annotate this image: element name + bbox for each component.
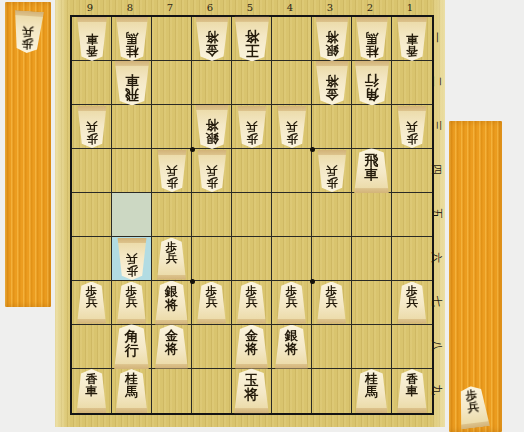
piece-kanji: 馬 (125, 31, 138, 44)
square-6-4[interactable]: 歩兵 (192, 149, 232, 193)
square-9-2[interactable] (72, 61, 112, 105)
piece-kanji: 王 (245, 43, 259, 57)
square-6-8[interactable] (192, 325, 232, 369)
square-3-8[interactable] (312, 325, 352, 369)
piece-kanji: 将 (245, 28, 259, 42)
square-5-4[interactable] (232, 149, 272, 193)
piece-kanji: 金 (245, 329, 258, 342)
square-8-8[interactable]: 角行 (112, 325, 152, 369)
square-8-1[interactable]: 桂馬 (112, 17, 152, 61)
square-3-6[interactable] (312, 237, 352, 281)
piece-sente-gold[interactable]: 金将 (155, 325, 189, 369)
piece-gote-gold[interactable]: 金将 (195, 17, 229, 61)
square-3-2[interactable]: 金将 (312, 61, 352, 105)
square-4-5[interactable] (272, 193, 312, 237)
star-point (310, 147, 315, 152)
square-7-4[interactable]: 歩兵 (152, 149, 192, 193)
square-2-4[interactable]: 飛車 (352, 149, 392, 193)
square-3-3[interactable] (312, 105, 352, 149)
piece-kanji: 兵 (126, 297, 138, 309)
piece-gote-pawn[interactable]: 歩兵 (237, 106, 267, 148)
piece-kanji: 兵 (246, 120, 258, 132)
square-2-2[interactable]: 角行 (352, 61, 392, 105)
square-5-9[interactable]: 玉将 (232, 369, 272, 413)
square-3-4[interactable]: 歩兵 (312, 149, 352, 193)
square-1-7[interactable]: 歩兵 (392, 281, 432, 325)
piece-gote-pawn[interactable]: 歩兵 (12, 10, 45, 54)
piece-kanji: 将 (245, 342, 258, 355)
square-7-1[interactable] (152, 17, 192, 61)
file-label: 7 (150, 0, 190, 14)
piece-kanji: 角 (365, 87, 379, 101)
shogi-board: 987654321 香車桂馬金将王将銀将桂馬香車飛車金将角行歩兵銀将歩兵歩兵歩兵… (55, 0, 445, 427)
rank-label: 一 (429, 29, 444, 47)
square-9-5[interactable] (72, 193, 112, 237)
last-move-from-square[interactable] (112, 193, 152, 237)
file-label: 6 (190, 0, 230, 14)
piece-kanji: 将 (325, 30, 338, 43)
piece-gote-gold[interactable]: 金将 (315, 61, 349, 105)
rank-label: 四 (429, 161, 444, 179)
square-8-3[interactable] (112, 105, 152, 149)
square-9-1[interactable]: 香車 (72, 17, 112, 61)
square-2-8[interactable] (352, 325, 392, 369)
file-label: 1 (390, 0, 430, 14)
piece-kanji: 兵 (467, 401, 480, 414)
square-8-2[interactable]: 飛車 (112, 61, 152, 105)
square-8-4[interactable] (112, 149, 152, 193)
piece-kanji: 馬 (125, 386, 138, 399)
square-8-7[interactable]: 歩兵 (112, 281, 152, 325)
square-7-9[interactable] (152, 369, 192, 413)
square-6-1[interactable]: 金将 (192, 17, 232, 61)
piece-kanji: 兵 (406, 297, 418, 309)
piece-kanji: 兵 (86, 297, 98, 309)
piece-kanji: 飛 (125, 87, 139, 101)
file-label: 8 (110, 0, 150, 14)
square-1-3[interactable]: 歩兵 (392, 105, 432, 149)
piece-kanji: 車 (86, 385, 98, 397)
square-1-9[interactable]: 香車 (392, 369, 432, 413)
rank-label: 六 (429, 249, 444, 267)
square-7-8[interactable]: 金将 (152, 325, 192, 369)
last-move-to-square[interactable]: 歩兵 (112, 237, 152, 281)
square-3-7[interactable]: 歩兵 (312, 281, 352, 325)
piece-sente-lance[interactable]: 香車 (397, 369, 428, 413)
square-4-1[interactable] (272, 17, 312, 61)
square-1-5[interactable] (392, 193, 432, 237)
square-4-8[interactable]: 銀将 (272, 325, 312, 369)
square-1-2[interactable] (392, 61, 432, 105)
rank-label: 七 (429, 293, 444, 311)
square-9-9[interactable]: 香車 (72, 369, 112, 413)
piece-kanji: 馬 (365, 31, 378, 44)
piece-kanji: 将 (165, 298, 178, 311)
piece-kanji: 行 (125, 342, 139, 356)
piece-kanji: 金 (325, 87, 338, 100)
piece-gote-rook[interactable]: 飛車 (114, 60, 150, 105)
square-5-3[interactable]: 歩兵 (232, 105, 272, 149)
board-grid: 香車桂馬金将王将銀将桂馬香車飛車金将角行歩兵銀将歩兵歩兵歩兵歩兵歩兵歩兵飛車歩兵… (70, 15, 434, 415)
piece-kanji: 兵 (126, 252, 138, 264)
piece-kanji: 金 (205, 43, 218, 56)
square-4-9[interactable] (272, 369, 312, 413)
piece-kanji: 兵 (326, 164, 338, 176)
file-label: 4 (270, 0, 310, 14)
piece-gote-silver[interactable]: 銀将 (315, 17, 349, 61)
square-1-6[interactable] (392, 237, 432, 281)
piece-sente-pawn[interactable]: 歩兵 (237, 282, 267, 324)
square-8-9[interactable]: 桂馬 (112, 369, 152, 413)
piece-kanji: 玉 (245, 373, 259, 387)
square-7-7[interactable]: 銀将 (152, 281, 192, 325)
rank-label: 二 (429, 73, 444, 91)
square-6-2[interactable] (192, 61, 232, 105)
square-9-6[interactable] (72, 237, 112, 281)
square-2-7[interactable] (352, 281, 392, 325)
file-label: 3 (310, 0, 350, 14)
piece-gote-knight[interactable]: 桂馬 (115, 17, 148, 61)
square-9-7[interactable]: 歩兵 (72, 281, 112, 325)
shogi-app: 歩兵 987654321 香車桂馬金将王将銀将桂馬香車飛車金将角行歩兵銀将歩兵歩… (0, 0, 524, 432)
piece-kanji: 将 (245, 387, 259, 401)
square-1-8[interactable] (392, 325, 432, 369)
file-labels: 987654321 (70, 0, 430, 14)
piece-gote-king[interactable]: 王将 (234, 16, 270, 61)
piece-sente-knight[interactable]: 桂馬 (115, 369, 148, 413)
file-label: 2 (350, 0, 390, 14)
piece-gote-pawn[interactable]: 歩兵 (317, 150, 347, 192)
rank-label: 三 (429, 117, 444, 135)
square-7-2[interactable] (152, 61, 192, 105)
piece-kanji: 兵 (166, 253, 178, 265)
piece-sente-rook[interactable]: 飛車 (354, 148, 390, 193)
square-5-8[interactable]: 金将 (232, 325, 272, 369)
piece-sente-pawn[interactable]: 歩兵 (157, 238, 187, 280)
piece-sente-pawn[interactable]: 歩兵 (397, 282, 427, 324)
piece-kanji: 将 (285, 342, 298, 355)
piece-sente-lance[interactable]: 香車 (76, 369, 107, 413)
piece-sente-pawn[interactable]: 歩兵 (77, 282, 107, 324)
square-9-3[interactable]: 歩兵 (72, 105, 112, 149)
piece-sente-king[interactable]: 玉将 (234, 369, 270, 414)
square-3-1[interactable]: 銀将 (312, 17, 352, 61)
rank-label: 九 (429, 381, 444, 399)
piece-kanji: 金 (165, 329, 178, 342)
square-6-9[interactable] (192, 369, 232, 413)
square-9-4[interactable] (72, 149, 112, 193)
star-point (310, 279, 315, 284)
square-7-3[interactable] (152, 105, 192, 149)
piece-kanji: 将 (325, 74, 338, 87)
piece-kanji: 将 (205, 118, 218, 131)
square-2-3[interactable] (352, 105, 392, 149)
square-6-6[interactable] (192, 237, 232, 281)
square-2-5[interactable] (352, 193, 392, 237)
piece-kanji: 車 (365, 166, 379, 180)
piece-kanji: 兵 (406, 120, 418, 132)
square-1-1[interactable]: 香車 (392, 17, 432, 61)
piece-kanji: 兵 (286, 120, 298, 132)
square-3-5[interactable] (312, 193, 352, 237)
square-5-5[interactable] (232, 193, 272, 237)
square-9-8[interactable] (72, 325, 112, 369)
piece-kanji: 銀 (285, 329, 298, 342)
piece-kanji: 車 (125, 72, 139, 86)
square-6-7[interactable]: 歩兵 (192, 281, 232, 325)
square-7-6[interactable]: 歩兵 (152, 237, 192, 281)
sente-captured-stand: 歩兵 (449, 121, 502, 432)
piece-kanji: 兵 (206, 164, 218, 176)
star-point (190, 147, 195, 152)
piece-sente-silver[interactable]: 銀将 (275, 325, 309, 369)
piece-kanji: 車 (86, 32, 98, 44)
piece-sente-pawn[interactable]: 歩兵 (456, 384, 491, 429)
square-4-4[interactable] (272, 149, 312, 193)
square-4-2[interactable] (272, 61, 312, 105)
piece-gote-knight[interactable]: 桂馬 (355, 17, 388, 61)
piece-kanji: 銀 (165, 285, 178, 298)
square-2-1[interactable]: 桂馬 (352, 17, 392, 61)
piece-gote-pawn[interactable]: 歩兵 (197, 150, 227, 192)
square-5-7[interactable]: 歩兵 (232, 281, 272, 325)
piece-gote-pawn[interactable]: 歩兵 (117, 238, 147, 280)
piece-kanji: 兵 (86, 120, 98, 132)
piece-kanji: 兵 (206, 297, 218, 309)
piece-kanji: 香 (406, 44, 418, 56)
square-6-5[interactable] (192, 193, 232, 237)
piece-kanji: 車 (406, 32, 418, 44)
piece-kanji: 兵 (22, 25, 34, 37)
piece-kanji: 将 (205, 30, 218, 43)
star-point (190, 279, 195, 284)
piece-gote-pawn[interactable]: 歩兵 (77, 106, 107, 148)
gote-captured-stand: 歩兵 (5, 2, 51, 307)
file-label: 9 (70, 0, 110, 14)
piece-kanji: 車 (406, 385, 418, 397)
square-6-3[interactable]: 銀将 (192, 105, 232, 149)
square-2-9[interactable]: 桂馬 (352, 369, 392, 413)
piece-gote-silver[interactable]: 銀将 (195, 105, 229, 149)
piece-gote-lance[interactable]: 香車 (397, 17, 428, 61)
piece-sente-bishop[interactable]: 角行 (114, 324, 150, 369)
piece-gote-bishop[interactable]: 角行 (354, 60, 390, 105)
piece-kanji: 角 (125, 328, 139, 342)
piece-kanji: 飛 (365, 152, 379, 166)
piece-kanji: 銀 (205, 131, 218, 144)
square-5-6[interactable] (232, 237, 272, 281)
piece-sente-pawn[interactable]: 歩兵 (317, 282, 347, 324)
square-3-9[interactable] (312, 369, 352, 413)
rank-label: 八 (429, 337, 444, 355)
file-label: 5 (230, 0, 270, 14)
piece-kanji: 銀 (325, 43, 338, 56)
piece-kanji: 行 (365, 72, 379, 86)
square-5-2[interactable] (232, 61, 272, 105)
square-4-7[interactable]: 歩兵 (272, 281, 312, 325)
piece-kanji: 馬 (365, 386, 378, 399)
piece-sente-silver[interactable]: 銀将 (155, 281, 189, 325)
square-4-6[interactable] (272, 237, 312, 281)
piece-gote-pawn[interactable]: 歩兵 (277, 106, 307, 148)
piece-gote-pawn[interactable]: 歩兵 (397, 106, 427, 148)
square-1-4[interactable] (392, 149, 432, 193)
piece-sente-pawn[interactable]: 歩兵 (117, 282, 147, 324)
piece-kanji: 兵 (246, 297, 258, 309)
piece-kanji: 兵 (166, 164, 178, 176)
piece-sente-pawn[interactable]: 歩兵 (277, 282, 307, 324)
piece-gote-lance[interactable]: 香車 (76, 17, 107, 61)
square-5-1[interactable]: 王将 (232, 17, 272, 61)
piece-kanji: 香 (86, 44, 98, 56)
rank-label: 五 (429, 205, 444, 223)
square-7-5[interactable] (152, 193, 192, 237)
square-2-6[interactable] (352, 237, 392, 281)
square-4-3[interactable]: 歩兵 (272, 105, 312, 149)
piece-gote-pawn[interactable]: 歩兵 (157, 150, 187, 192)
piece-sente-knight[interactable]: 桂馬 (355, 369, 388, 413)
piece-sente-pawn[interactable]: 歩兵 (197, 282, 227, 324)
piece-kanji: 将 (165, 342, 178, 355)
piece-kanji: 兵 (286, 297, 298, 309)
piece-kanji: 兵 (326, 297, 338, 309)
piece-sente-gold[interactable]: 金将 (235, 325, 269, 369)
